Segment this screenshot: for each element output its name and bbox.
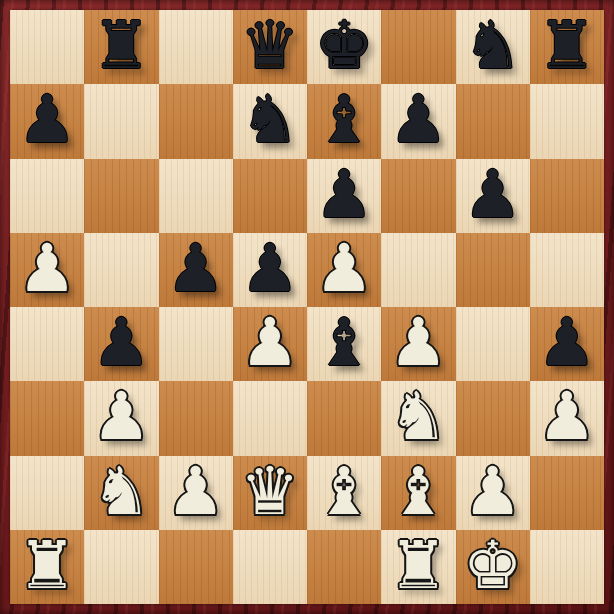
white-pawn-piece[interactable]: ♟ [92, 384, 151, 450]
square-e1[interactable] [307, 530, 381, 604]
square-g1[interactable]: ♚ [456, 530, 530, 604]
white-bishop-piece[interactable]: ♝ [315, 459, 374, 525]
square-c7[interactable] [159, 84, 233, 158]
square-b5[interactable] [84, 233, 158, 307]
square-f5[interactable] [381, 233, 455, 307]
black-pawn-piece[interactable]: ♟ [463, 162, 522, 228]
square-h7[interactable] [530, 84, 604, 158]
square-e7[interactable]: ♝ [307, 84, 381, 158]
square-f4[interactable]: ♟ [381, 307, 455, 381]
white-pawn-piece[interactable]: ♟ [166, 459, 225, 525]
black-pawn-piece[interactable]: ♟ [18, 87, 77, 153]
square-e2[interactable]: ♝ [307, 456, 381, 530]
square-h5[interactable] [530, 233, 604, 307]
white-rook-piece[interactable]: ♜ [389, 533, 448, 599]
square-b3[interactable]: ♟ [84, 381, 158, 455]
square-h1[interactable] [530, 530, 604, 604]
square-f7[interactable]: ♟ [381, 84, 455, 158]
square-d8[interactable]: ♛ [233, 10, 307, 84]
square-g4[interactable] [456, 307, 530, 381]
white-pawn-piece[interactable]: ♟ [240, 310, 299, 376]
square-a7[interactable]: ♟ [10, 84, 84, 158]
white-pawn-piece[interactable]: ♟ [18, 236, 77, 302]
square-g6[interactable]: ♟ [456, 159, 530, 233]
square-a2[interactable] [10, 456, 84, 530]
square-d2[interactable]: ♛ [233, 456, 307, 530]
black-bishop-piece[interactable]: ♝ [315, 87, 374, 153]
chess-board: ♜♛♚♞♜♟♞♝♟♟♟♟♟♟♟♟♟♝♟♟♟♞♟♞♟♛♝♝♟♜♜♚ [10, 10, 604, 604]
white-rook-piece[interactable]: ♜ [18, 533, 77, 599]
square-d7[interactable]: ♞ [233, 84, 307, 158]
black-pawn-piece[interactable]: ♟ [240, 236, 299, 302]
white-knight-piece[interactable]: ♞ [92, 459, 151, 525]
white-king-piece[interactable]: ♚ [463, 533, 522, 599]
square-d4[interactable]: ♟ [233, 307, 307, 381]
square-g3[interactable] [456, 381, 530, 455]
white-knight-piece[interactable]: ♞ [389, 384, 448, 450]
square-g2[interactable]: ♟ [456, 456, 530, 530]
square-a5[interactable]: ♟ [10, 233, 84, 307]
square-h2[interactable] [530, 456, 604, 530]
square-d1[interactable] [233, 530, 307, 604]
square-c6[interactable] [159, 159, 233, 233]
square-a1[interactable]: ♜ [10, 530, 84, 604]
square-a3[interactable] [10, 381, 84, 455]
white-queen-piece[interactable]: ♛ [240, 459, 299, 525]
square-c2[interactable]: ♟ [159, 456, 233, 530]
square-a4[interactable] [10, 307, 84, 381]
black-knight-piece[interactable]: ♞ [463, 13, 522, 79]
square-g5[interactable] [456, 233, 530, 307]
square-h3[interactable]: ♟ [530, 381, 604, 455]
black-bishop-piece[interactable]: ♝ [315, 310, 374, 376]
black-rook-piece[interactable]: ♜ [537, 13, 596, 79]
black-pawn-piece[interactable]: ♟ [315, 162, 374, 228]
square-h4[interactable]: ♟ [530, 307, 604, 381]
square-c4[interactable] [159, 307, 233, 381]
white-bishop-piece[interactable]: ♝ [389, 459, 448, 525]
black-rook-piece[interactable]: ♜ [92, 13, 151, 79]
square-a6[interactable] [10, 159, 84, 233]
square-d3[interactable] [233, 381, 307, 455]
square-h8[interactable]: ♜ [530, 10, 604, 84]
white-pawn-piece[interactable]: ♟ [389, 310, 448, 376]
square-f1[interactable]: ♜ [381, 530, 455, 604]
black-pawn-piece[interactable]: ♟ [92, 310, 151, 376]
chess-board-frame: ♜♛♚♞♜♟♞♝♟♟♟♟♟♟♟♟♟♝♟♟♟♞♟♞♟♛♝♝♟♜♜♚ [0, 0, 614, 614]
black-king-piece[interactable]: ♚ [315, 13, 374, 79]
square-b8[interactable]: ♜ [84, 10, 158, 84]
black-queen-piece[interactable]: ♛ [240, 13, 299, 79]
square-h6[interactable] [530, 159, 604, 233]
square-g8[interactable]: ♞ [456, 10, 530, 84]
square-b2[interactable]: ♞ [84, 456, 158, 530]
square-b4[interactable]: ♟ [84, 307, 158, 381]
square-g7[interactable] [456, 84, 530, 158]
square-b1[interactable] [84, 530, 158, 604]
white-pawn-piece[interactable]: ♟ [463, 459, 522, 525]
black-knight-piece[interactable]: ♞ [240, 87, 299, 153]
square-f2[interactable]: ♝ [381, 456, 455, 530]
white-pawn-piece[interactable]: ♟ [537, 384, 596, 450]
square-e8[interactable]: ♚ [307, 10, 381, 84]
square-c5[interactable]: ♟ [159, 233, 233, 307]
square-e5[interactable]: ♟ [307, 233, 381, 307]
square-e3[interactable] [307, 381, 381, 455]
square-c8[interactable] [159, 10, 233, 84]
square-c1[interactable] [159, 530, 233, 604]
black-pawn-piece[interactable]: ♟ [537, 310, 596, 376]
square-d5[interactable]: ♟ [233, 233, 307, 307]
square-a8[interactable] [10, 10, 84, 84]
square-b6[interactable] [84, 159, 158, 233]
square-f6[interactable] [381, 159, 455, 233]
square-e4[interactable]: ♝ [307, 307, 381, 381]
square-b7[interactable] [84, 84, 158, 158]
square-d6[interactable] [233, 159, 307, 233]
black-pawn-piece[interactable]: ♟ [389, 87, 448, 153]
black-pawn-piece[interactable]: ♟ [166, 236, 225, 302]
square-e6[interactable]: ♟ [307, 159, 381, 233]
square-c3[interactable] [159, 381, 233, 455]
square-f8[interactable] [381, 10, 455, 84]
square-f3[interactable]: ♞ [381, 381, 455, 455]
white-pawn-piece[interactable]: ♟ [315, 236, 374, 302]
